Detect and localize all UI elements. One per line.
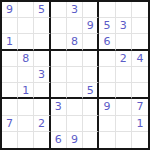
cell-r8c7-empty[interactable]	[99, 116, 115, 132]
cell-r2c4-empty[interactable]	[51, 18, 67, 34]
cell-r7c9-given-7[interactable]: 7	[132, 99, 148, 115]
cell-r6c9-empty[interactable]	[132, 83, 148, 99]
cell-r3c9-empty[interactable]	[132, 34, 148, 50]
cell-r6c8-empty[interactable]	[116, 83, 132, 99]
cell-r4c6-empty[interactable]	[83, 51, 99, 67]
cell-r4c7-empty[interactable]	[99, 51, 115, 67]
cell-r4c9-given-4[interactable]: 4	[132, 51, 148, 67]
cell-r9c2-empty[interactable]	[18, 132, 34, 148]
cell-r1c2-empty[interactable]	[18, 2, 34, 18]
cell-r7c2-empty[interactable]	[18, 99, 34, 115]
cell-r3c6-empty[interactable]	[83, 34, 99, 50]
cell-r9c3-empty[interactable]	[34, 132, 50, 148]
cell-r1c5-given-3[interactable]: 3	[67, 2, 83, 18]
cell-r3c3-empty[interactable]	[34, 34, 50, 50]
cell-r1c8-empty[interactable]	[116, 2, 132, 18]
cell-r1c6-empty[interactable]	[83, 2, 99, 18]
cell-r6c5-empty[interactable]	[67, 83, 83, 99]
cell-r7c6-empty[interactable]	[83, 99, 99, 115]
cell-r7c1-empty[interactable]	[2, 99, 18, 115]
cell-r4c1-empty[interactable]	[2, 51, 18, 67]
cell-r7c8-empty[interactable]	[116, 99, 132, 115]
cell-r8c4-empty[interactable]	[51, 116, 67, 132]
cell-r5c2-empty[interactable]	[18, 67, 34, 83]
cell-r8c2-empty[interactable]	[18, 116, 34, 132]
cell-r2c2-empty[interactable]	[18, 18, 34, 34]
cell-r2c8-given-3[interactable]: 3	[116, 18, 132, 34]
cell-r8c8-empty[interactable]	[116, 116, 132, 132]
cell-r6c1-empty[interactable]	[2, 83, 18, 99]
cell-r1c7-empty[interactable]	[99, 2, 115, 18]
cell-r6c2-given-1[interactable]: 1	[18, 83, 34, 99]
cell-r5c7-empty[interactable]	[99, 67, 115, 83]
cell-r2c7-given-5[interactable]: 5	[99, 18, 115, 34]
cell-r1c3-given-5[interactable]: 5	[34, 2, 50, 18]
cell-r6c6-given-5[interactable]: 5	[83, 83, 99, 99]
cell-r4c4-empty[interactable]	[51, 51, 67, 67]
cell-r7c7-given-9[interactable]: 9	[99, 99, 115, 115]
cell-r4c3-empty[interactable]	[34, 51, 50, 67]
cell-r4c5-empty[interactable]	[67, 51, 83, 67]
cell-r7c3-empty[interactable]	[34, 99, 50, 115]
cell-r3c5-given-8[interactable]: 8	[67, 34, 83, 50]
cell-r1c9-empty[interactable]	[132, 2, 148, 18]
cell-r8c1-given-7[interactable]: 7	[2, 116, 18, 132]
cell-r3c8-empty[interactable]	[116, 34, 132, 50]
cell-r5c3-given-3[interactable]: 3	[34, 67, 50, 83]
cell-r9c9-empty[interactable]	[132, 132, 148, 148]
cell-r7c4-given-3[interactable]: 3	[51, 99, 67, 115]
cell-r8c3-given-2[interactable]: 2	[34, 116, 50, 132]
cell-r8c6-empty[interactable]	[83, 116, 99, 132]
cell-r2c5-empty[interactable]	[67, 18, 83, 34]
cell-r6c7-empty[interactable]	[99, 83, 115, 99]
cell-r9c1-empty[interactable]	[2, 132, 18, 148]
cell-r3c4-empty[interactable]	[51, 34, 67, 50]
cell-r5c5-empty[interactable]	[67, 67, 83, 83]
cell-r3c2-empty[interactable]	[18, 34, 34, 50]
cell-r5c6-empty[interactable]	[83, 67, 99, 83]
cell-r5c9-empty[interactable]	[132, 67, 148, 83]
sudoku-board: 95395318682431539772169	[0, 0, 150, 150]
cell-r5c4-empty[interactable]	[51, 67, 67, 83]
cell-r9c7-empty[interactable]	[99, 132, 115, 148]
cell-r2c6-given-9[interactable]: 9	[83, 18, 99, 34]
cell-r9c6-empty[interactable]	[83, 132, 99, 148]
cell-r8c5-empty[interactable]	[67, 116, 83, 132]
cell-r4c2-given-8[interactable]: 8	[18, 51, 34, 67]
cell-r1c4-empty[interactable]	[51, 2, 67, 18]
cell-r9c8-empty[interactable]	[116, 132, 132, 148]
cell-r9c5-given-9[interactable]: 9	[67, 132, 83, 148]
cell-r6c4-empty[interactable]	[51, 83, 67, 99]
cell-r3c1-given-1[interactable]: 1	[2, 34, 18, 50]
cell-r3c7-given-6[interactable]: 6	[99, 34, 115, 50]
cell-r2c3-empty[interactable]	[34, 18, 50, 34]
cell-r5c1-empty[interactable]	[2, 67, 18, 83]
cell-r9c4-given-6[interactable]: 6	[51, 132, 67, 148]
cell-r8c9-given-1[interactable]: 1	[132, 116, 148, 132]
cell-r2c9-empty[interactable]	[132, 18, 148, 34]
cell-r1c1-given-9[interactable]: 9	[2, 2, 18, 18]
cell-r2c1-empty[interactable]	[2, 18, 18, 34]
cell-r6c3-empty[interactable]	[34, 83, 50, 99]
cell-r4c8-given-2[interactable]: 2	[116, 51, 132, 67]
cell-r5c8-empty[interactable]	[116, 67, 132, 83]
cell-r7c5-empty[interactable]	[67, 99, 83, 115]
